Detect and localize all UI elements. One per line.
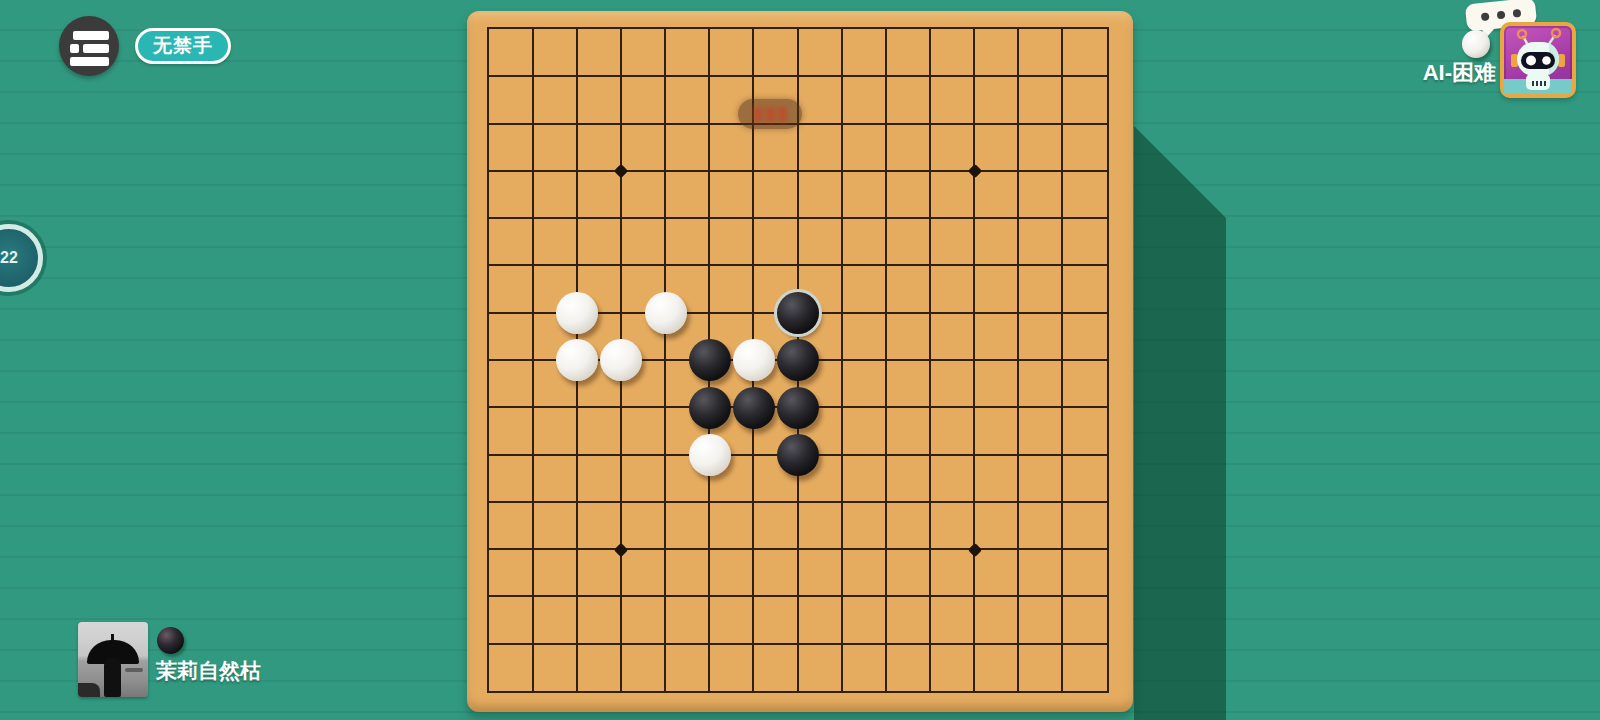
ai-avatar bbox=[1500, 22, 1576, 98]
stone-black bbox=[777, 387, 819, 429]
stone-white bbox=[689, 434, 731, 476]
player-avatar bbox=[78, 622, 148, 697]
opponent-name: AI-困难 bbox=[1423, 58, 1496, 88]
faded-toast-pill bbox=[738, 99, 802, 129]
stone-black bbox=[777, 339, 819, 381]
star-point bbox=[614, 164, 628, 178]
player-stone-color-black bbox=[157, 627, 184, 654]
stone-white bbox=[600, 339, 642, 381]
stone-black bbox=[689, 339, 731, 381]
menu-button[interactable] bbox=[59, 16, 119, 76]
robot-icon bbox=[1504, 26, 1572, 94]
menu-list-icon bbox=[73, 31, 109, 40]
stone-white bbox=[556, 339, 598, 381]
star-point bbox=[967, 164, 981, 178]
stone-black bbox=[777, 292, 819, 334]
stone-white bbox=[733, 339, 775, 381]
star-point bbox=[967, 542, 981, 556]
stone-white bbox=[645, 292, 687, 334]
stone-white bbox=[556, 292, 598, 334]
stone-black bbox=[777, 434, 819, 476]
gomoku-board[interactable] bbox=[467, 11, 1133, 712]
star-point bbox=[614, 542, 628, 556]
player-name: 茉莉自然枯 bbox=[156, 657, 261, 685]
gomoku-game-screen: 无禁手 22 AI-困难 bbox=[0, 0, 1600, 720]
rule-badge: 无禁手 bbox=[135, 28, 231, 64]
stone-black bbox=[733, 387, 775, 429]
timer-value: 22 bbox=[0, 249, 18, 267]
opponent-stone-color-white bbox=[1462, 30, 1490, 58]
board-shadow bbox=[1128, 0, 1236, 720]
side-timer-widget[interactable]: 22 bbox=[0, 224, 43, 292]
typing-dots-icon bbox=[1481, 12, 1490, 21]
stone-black bbox=[689, 387, 731, 429]
